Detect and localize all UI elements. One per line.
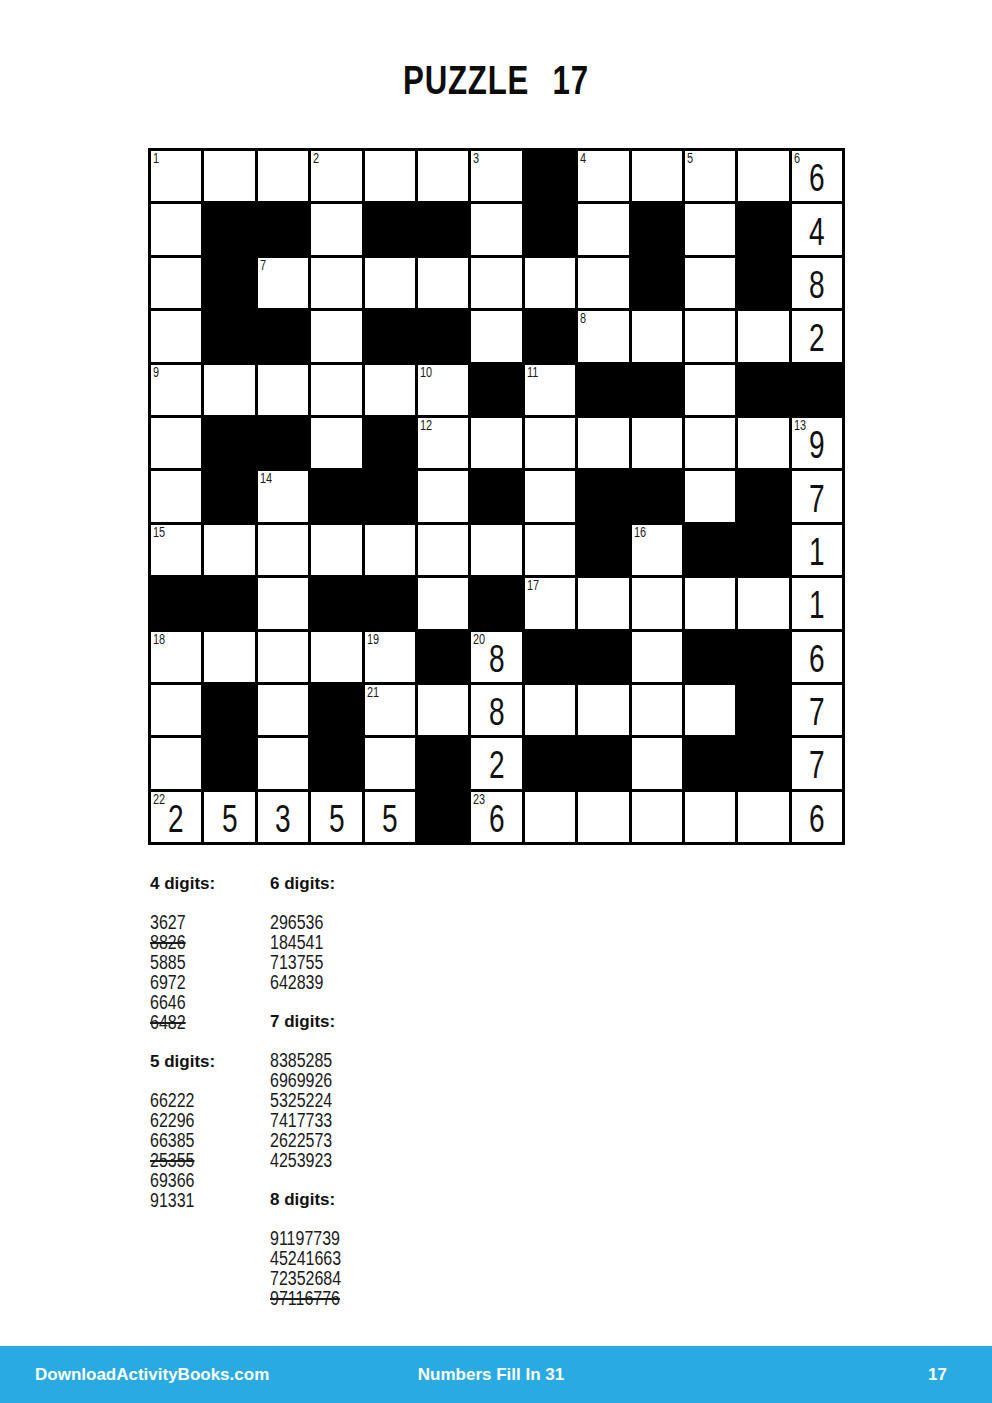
filled-digit: 4 [809,212,825,251]
filled-digit: 8 [809,265,825,304]
filled-digit: 5 [382,799,398,838]
black-cell [632,365,682,415]
grid-cell[interactable]: 18 [151,632,201,682]
black-cell [685,632,735,682]
black-cell [525,204,575,254]
filled-digit: 9 [809,425,825,464]
grid-cell[interactable] [151,685,201,735]
black-cell [471,471,521,521]
clue-number: 18 [153,632,165,647]
filled-digit: 6 [809,639,825,678]
black-cell [418,792,468,842]
black-cell [311,471,361,521]
grid-cell[interactable]: 19 [365,632,415,682]
grid-cell[interactable]: 21 [365,685,415,735]
grid-cell[interactable] [525,418,575,468]
digit-list-heading: 8 digits: [270,1190,490,1210]
black-cell [738,365,788,415]
clue-number: 2 [313,151,319,166]
clue-number: 10 [420,365,432,380]
grid-cell[interactable] [258,685,308,735]
grid-cell[interactable] [578,792,628,842]
filled-digit: 7 [809,479,825,518]
grid-cell[interactable]: 1 [151,151,201,201]
digit-list-heading: 5 digits: [150,1052,270,1072]
filled-digit: 7 [809,745,825,784]
grid-cell[interactable] [365,258,415,308]
clue-number: 13 [794,418,806,433]
grid-cell[interactable] [258,151,308,201]
black-cell [525,151,575,201]
number-entry: 3627 [150,912,248,932]
grid-cell[interactable]: 139 [792,418,842,468]
grid-cell[interactable] [471,418,521,468]
black-cell [258,204,308,254]
grid-cell[interactable]: 222 [151,792,201,842]
digit-list-section: 7 digits:8385285696992653252247417733262… [270,1012,490,1170]
number-entry: 6972 [150,972,248,992]
grid-cell[interactable] [632,311,682,361]
grid-cell[interactable] [418,258,468,308]
grid-cell[interactable] [632,632,682,682]
number-entry: 69366 [150,1170,248,1190]
grid-cell[interactable] [258,738,308,788]
grid-cell[interactable] [365,365,415,415]
digit-list-section: 5 digits:662226229666385253556936691331 [150,1052,270,1210]
number-entry: 713755 [270,952,450,972]
clue-number: 4 [580,151,586,166]
number-entry-used: 6482 [150,1012,248,1032]
grid-cell[interactable]: 17 [525,578,575,628]
grid-cell[interactable]: 2 [792,311,842,361]
grid-cell[interactable] [418,685,468,735]
grid-cell[interactable] [525,525,575,575]
grid-cell[interactable]: 3 [258,792,308,842]
clue-number: 7 [260,258,266,273]
grid-cell[interactable] [365,738,415,788]
grid-cell[interactable] [418,525,468,575]
grid-cell[interactable]: 2 [471,738,521,788]
digit-list-section: 8 digits:9119773945241663723526849711677… [270,1190,490,1308]
grid-cell[interactable] [685,365,735,415]
grid-cell[interactable]: 1 [792,525,842,575]
filled-digit: 6 [809,158,825,197]
grid-cell[interactable]: 8 [578,311,628,361]
grid-cell[interactable] [685,311,735,361]
clue-number: 5 [687,151,693,166]
grid-cell[interactable]: 1 [792,578,842,628]
digit-list-heading: 6 digits: [270,874,490,894]
grid-cell[interactable] [151,311,201,361]
grid-cell[interactable] [151,471,201,521]
black-cell [578,365,628,415]
black-cell [685,738,735,788]
black-cell [738,738,788,788]
footer-puzzle-name: Numbers Fill In 31 [365,1365,617,1385]
black-cell [525,311,575,361]
grid-cell[interactable] [685,578,735,628]
grid-cell[interactable] [632,792,682,842]
grid-cell[interactable]: 236 [471,792,521,842]
grid-cell[interactable] [311,311,361,361]
black-cell [204,685,254,735]
grid-cell[interactable] [471,204,521,254]
grid-cell[interactable] [525,685,575,735]
grid-cell[interactable] [578,258,628,308]
grid-cell[interactable] [204,525,254,575]
digit-list-heading: 4 digits: [150,874,270,894]
black-cell [311,685,361,735]
number-entry: 66385 [150,1130,248,1150]
grid-cell[interactable]: 5 [311,792,361,842]
grid-cell[interactable] [578,685,628,735]
number-entry-used: 8826 [150,932,248,952]
number-entry: 2622573 [270,1130,450,1150]
grid-cell[interactable] [418,151,468,201]
number-list-column: 4 digits:3627882658856972664664825 digit… [150,874,270,1328]
number-lists: 4 digits:3627882658856972664664825 digit… [150,874,490,1328]
filled-digit: 6 [489,799,505,838]
grid-cell[interactable]: 7 [792,685,842,735]
black-cell [204,738,254,788]
page-title: PUZZLE 17 [109,58,883,103]
black-cell [151,578,201,628]
digit-list-heading: 7 digits: [270,1012,490,1032]
filled-digit: 7 [809,692,825,731]
number-entry-used: 97116776 [270,1288,450,1308]
number-entry: 5325224 [270,1090,450,1110]
black-cell [578,738,628,788]
grid-cell[interactable] [418,578,468,628]
grid-cell[interactable] [685,258,735,308]
grid-cell[interactable] [578,204,628,254]
grid-cell[interactable] [632,685,682,735]
number-entry: 4253923 [270,1150,450,1170]
black-cell [525,738,575,788]
black-cell [738,685,788,735]
grid-cell[interactable]: 15 [151,525,201,575]
black-cell [204,258,254,308]
grid-cell[interactable]: 12 [418,418,468,468]
number-entry: 62296 [150,1110,248,1130]
grid-cell[interactable] [365,151,415,201]
filled-digit: 1 [809,532,825,571]
grid-cell[interactable] [471,525,521,575]
black-cell [418,738,468,788]
black-cell [365,418,415,468]
grid-cell[interactable] [632,738,682,788]
number-entry: 5885 [150,952,248,972]
clue-number: 14 [260,471,272,486]
clue-number: 12 [420,418,432,433]
puzzle-grid: 1234566478829101112139147151611711819208… [148,148,845,845]
clue-number: 20 [473,632,485,647]
grid-cell[interactable]: 7 [792,471,842,521]
black-cell [204,204,254,254]
number-entry: 91197739 [270,1228,450,1248]
grid-cell[interactable] [685,471,735,521]
grid-cell[interactable] [632,578,682,628]
grid-cell[interactable]: 6 [792,632,842,682]
grid-cell[interactable] [151,738,201,788]
clue-number: 16 [634,525,646,540]
footer-website: DownloadActivityBooks.com [35,1365,365,1385]
grid-cell[interactable]: 8 [792,258,842,308]
black-cell [204,578,254,628]
clue-number: 9 [153,365,159,380]
clue-number: 6 [794,151,800,166]
black-cell [204,418,254,468]
clue-number: 8 [580,311,586,326]
grid-cell[interactable] [738,311,788,361]
grid-cell[interactable] [311,632,361,682]
clue-number: 1 [153,151,159,166]
black-cell [578,525,628,575]
number-list-column: 6 digits:2965361845417137556428397 digit… [270,874,490,1328]
grid-cell[interactable] [204,151,254,201]
grid-cell[interactable] [151,258,201,308]
black-cell [365,471,415,521]
grid-cell[interactable]: 16 [632,525,682,575]
black-cell [738,632,788,682]
filled-digit: 5 [329,799,345,838]
grid-cell[interactable] [525,258,575,308]
grid-cell[interactable]: 5 [365,792,415,842]
digit-list-section: 6 digits:296536184541713755642839 [270,874,490,992]
digit-list-section: 4 digits:362788265885697266466482 [150,874,270,1032]
clue-number: 17 [527,578,539,593]
filled-digit: 8 [489,692,505,731]
black-cell [258,311,308,361]
black-cell [418,204,468,254]
grid-cell[interactable] [311,525,361,575]
grid-cell[interactable]: 208 [471,632,521,682]
black-cell [632,471,682,521]
grid-cell[interactable] [311,418,361,468]
grid-cell[interactable] [738,151,788,201]
black-cell [365,204,415,254]
puzzle-grid-container: 1234566478829101112139147151611711819208… [148,148,845,845]
black-cell [365,311,415,361]
number-entry: 6646 [150,992,248,1012]
black-cell [578,471,628,521]
grid-cell[interactable]: 5 [204,792,254,842]
grid-cell[interactable]: 4 [792,204,842,254]
grid-cell[interactable]: 7 [792,738,842,788]
footer-page-number: 17 [617,1365,947,1385]
grid-cell[interactable] [258,525,308,575]
number-entry: 45241663 [270,1248,450,1268]
clue-number: 22 [153,792,165,807]
grid-cell[interactable] [204,365,254,415]
grid-cell[interactable] [632,151,682,201]
grid-cell[interactable] [471,258,521,308]
grid-cell[interactable] [525,792,575,842]
black-cell [365,578,415,628]
grid-cell[interactable] [311,258,361,308]
clue-number: 3 [473,151,479,166]
number-entry: 184541 [270,932,450,952]
black-cell [632,204,682,254]
clue-number: 11 [527,365,538,380]
black-cell [311,578,361,628]
black-cell [471,578,521,628]
black-cell [311,738,361,788]
grid-cell[interactable] [258,365,308,415]
black-cell [418,632,468,682]
grid-cell[interactable] [311,204,361,254]
grid-cell[interactable] [738,418,788,468]
grid-cell[interactable]: 8 [471,685,521,735]
filled-digit: 2 [809,318,825,357]
grid-cell[interactable]: 11 [525,365,575,415]
grid-cell[interactable] [578,418,628,468]
number-entry: 296536 [270,912,450,932]
clue-number: 15 [153,525,165,540]
grid-cell[interactable] [578,578,628,628]
grid-cell[interactable]: 10 [418,365,468,415]
filled-digit: 6 [809,799,825,838]
clue-number: 23 [473,792,485,807]
footer-bar: DownloadActivityBooks.com Numbers Fill I… [0,1346,992,1403]
black-cell [471,365,521,415]
number-entry: 66222 [150,1090,248,1110]
grid-cell[interactable] [738,792,788,842]
grid-cell[interactable] [685,418,735,468]
grid-cell[interactable]: 5 [685,151,735,201]
number-entry: 72352684 [270,1268,450,1288]
grid-cell[interactable]: 3 [471,151,521,201]
grid-cell[interactable] [258,578,308,628]
grid-cell[interactable] [685,685,735,735]
filled-digit: 3 [275,799,291,838]
grid-cell[interactable] [525,471,575,521]
black-cell [685,525,735,575]
grid-cell[interactable] [365,525,415,575]
black-cell [738,204,788,254]
grid-cell[interactable]: 7 [258,258,308,308]
grid-cell[interactable]: 9 [151,365,201,415]
black-cell [525,632,575,682]
grid-cell[interactable]: 6 [792,792,842,842]
grid-cell[interactable]: 66 [792,151,842,201]
grid-cell[interactable] [685,792,735,842]
black-cell [578,632,628,682]
filled-digit: 1 [809,585,825,624]
filled-digit: 5 [222,799,238,838]
grid-cell[interactable] [151,204,201,254]
grid-cell[interactable] [258,632,308,682]
black-cell [204,311,254,361]
grid-cell[interactable] [204,632,254,682]
grid-cell[interactable] [738,578,788,628]
black-cell [418,311,468,361]
number-entry: 6969926 [270,1070,450,1090]
black-cell [792,365,842,415]
filled-digit: 8 [489,639,505,678]
grid-cell[interactable]: 2 [311,151,361,201]
black-cell [738,471,788,521]
number-entry: 8385285 [270,1050,450,1070]
grid-cell[interactable] [685,204,735,254]
grid-cell[interactable] [471,311,521,361]
black-cell [632,258,682,308]
black-cell [204,471,254,521]
black-cell [738,258,788,308]
filled-digit: 2 [168,799,184,838]
grid-cell[interactable] [151,418,201,468]
grid-cell[interactable] [311,365,361,415]
grid-cell[interactable] [632,418,682,468]
black-cell [738,525,788,575]
number-entry: 642839 [270,972,450,992]
number-entry-used: 25355 [150,1150,248,1170]
clue-number: 21 [367,685,379,700]
grid-cell[interactable]: 14 [258,471,308,521]
clue-number: 19 [367,632,379,647]
black-cell [258,418,308,468]
number-entry: 7417733 [270,1110,450,1130]
grid-cell[interactable] [418,471,468,521]
grid-cell[interactable]: 4 [578,151,628,201]
number-entry: 91331 [150,1190,248,1210]
filled-digit: 2 [489,745,505,784]
